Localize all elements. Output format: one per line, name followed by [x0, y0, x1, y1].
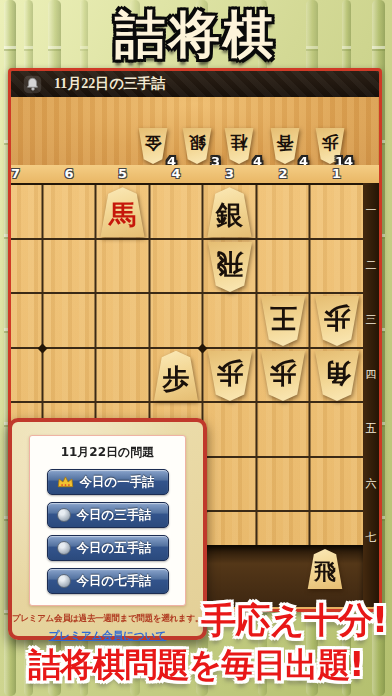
today-5move-button[interactable]: 今日の五手詰	[47, 535, 169, 561]
rank-label-7: 七	[363, 530, 379, 544]
hand-piece-gote-kin-gold[interactable]: 金4	[138, 128, 168, 164]
bell-icon	[23, 75, 42, 94]
promo-text-2: 詰将棋問題を毎日出題!	[0, 643, 392, 688]
premium-link[interactable]: プレミアム会員について	[12, 629, 203, 643]
promo-text-1: 手応え十分!	[201, 597, 387, 644]
piece-gote-fu-pawn[interactable]: 歩	[207, 351, 253, 401]
rank-label-4: 四	[363, 367, 379, 381]
hand-piece-sente-hisha-rook[interactable]: 飛	[307, 549, 343, 589]
dialog-button-label: 今日の五手詰	[77, 540, 152, 557]
piece-glyph: 銀	[216, 197, 243, 233]
piece-glyph: 香	[277, 132, 294, 155]
dialog-buttons: 今日の一手詰今日の三手詰今日の五手詰今日の七手詰	[30, 469, 185, 594]
piece-glyph: 桂	[231, 132, 248, 155]
piece-glyph: 角	[323, 355, 350, 391]
hand-piece-gote-kyo-lance[interactable]: 香4	[270, 128, 300, 164]
piece-gote-ou-king[interactable]: 王	[260, 296, 306, 346]
file-label-5: 5	[114, 166, 132, 181]
premium-note: プレミアム会員は過去一週間まで問題を遡れます。	[12, 613, 203, 625]
file-labels: 7654321	[11, 165, 379, 184]
piece-sente-fu-pawn[interactable]: 歩	[153, 351, 199, 401]
today-7move-button[interactable]: 今日の七手詰	[47, 568, 169, 594]
radio-circle-icon	[57, 508, 71, 522]
piece-gote-kaku-bishop[interactable]: 角	[314, 351, 360, 401]
radio-circle-icon	[57, 541, 71, 555]
piece-glyph: 歩	[163, 361, 190, 397]
piece-glyph: 飛	[216, 246, 243, 282]
crown-icon	[57, 475, 74, 489]
piece-glyph: 馬	[109, 197, 136, 233]
dialog-panel: 11月22日の問題 今日の一手詰今日の三手詰今日の五手詰今日の七手詰	[29, 435, 186, 606]
piece-glyph: 金	[145, 132, 162, 155]
dialog-button-label: 今日の三手詰	[77, 507, 152, 524]
piece-gote-hisha-rook[interactable]: 飛	[207, 242, 253, 292]
rank-label-6: 六	[363, 476, 379, 490]
piece-sente-uma-promoted-bishop[interactable]: 馬	[100, 187, 146, 237]
rank-label-3: 三	[363, 312, 379, 326]
file-label-1: 1	[328, 166, 346, 181]
file-label-3: 3	[221, 166, 239, 181]
dialog-title: 11月22日の問題	[30, 444, 185, 461]
piece-sente-gin-silver[interactable]: 銀	[207, 187, 253, 237]
file-label-4: 4	[167, 166, 185, 181]
rank-label-5: 五	[363, 421, 379, 435]
hand-piece-gote-kei-knight[interactable]: 桂4	[224, 128, 254, 164]
hand-piece-gote-fu-pawn[interactable]: 歩14	[315, 128, 345, 164]
rank-label-1: 一	[363, 203, 379, 217]
piece-glyph: 歩	[216, 355, 243, 391]
file-label-2: 2	[274, 166, 292, 181]
today-3move-button[interactable]: 今日の三手詰	[47, 502, 169, 528]
file-label-7: 7	[8, 166, 25, 181]
dialog-button-label: 今日の七手詰	[77, 573, 152, 590]
gote-hand-tray: 金4銀3桂4香4歩14	[11, 97, 379, 165]
hand-piece-gote-gin-silver[interactable]: 銀3	[182, 128, 212, 164]
rank-label-2: 二	[363, 258, 379, 272]
rank-labels: 一二三四五六七	[363, 183, 379, 607]
today-1move-button[interactable]: 今日の一手詰	[47, 469, 169, 495]
dialog-button-label: 今日の一手詰	[80, 474, 155, 491]
app-title: 詰将棋	[0, 1, 392, 70]
piece-glyph: 歩	[322, 132, 339, 155]
file-label-6: 6	[60, 166, 78, 181]
piece-glyph: 歩	[270, 355, 297, 391]
puzzle-header-title: 11月22日の三手詰	[54, 75, 166, 93]
daily-problem-dialog: 11月22日の問題 今日の一手詰今日の三手詰今日の五手詰今日の七手詰 プレミアム…	[8, 418, 207, 640]
piece-gote-fu-pawn[interactable]: 歩	[260, 351, 306, 401]
piece-glyph: 歩	[323, 300, 350, 336]
piece-glyph: 飛	[314, 557, 336, 587]
puzzle-header: 11月22日の三手詰	[11, 71, 379, 97]
radio-circle-icon	[57, 574, 71, 588]
piece-glyph: 王	[270, 300, 297, 336]
star-point	[38, 344, 48, 354]
piece-glyph: 銀	[189, 132, 206, 155]
piece-gote-fu-pawn[interactable]: 歩	[314, 296, 360, 346]
